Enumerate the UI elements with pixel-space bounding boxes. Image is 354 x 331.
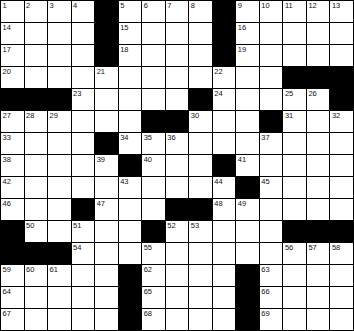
white-cell[interactable]: 1 [1,1,24,22]
white-cell[interactable] [307,287,330,308]
clue-number: 1 [3,1,7,10]
white-cell[interactable]: 31 [283,111,306,132]
white-cell[interactable] [283,287,306,308]
white-cell[interactable] [283,155,306,176]
black-square [236,265,259,286]
white-cell[interactable] [25,45,48,66]
white-cell[interactable] [142,177,165,198]
black-square [166,199,189,220]
white-cell[interactable]: 16 [236,23,259,44]
white-cell[interactable]: 18 [119,45,142,66]
white-cell[interactable] [48,23,71,44]
white-cell[interactable]: 24 [213,89,236,110]
white-cell[interactable] [260,89,283,110]
clue-number: 24 [214,89,222,98]
white-cell[interactable] [72,23,95,44]
white-cell[interactable] [72,133,95,154]
clue-number: 58 [332,243,340,252]
white-cell[interactable] [307,45,330,66]
white-cell[interactable] [189,45,212,66]
clue-number: 32 [332,111,340,120]
clue-number: 37 [261,133,269,142]
white-cell[interactable] [72,67,95,88]
clue-number: 18 [120,45,128,54]
white-cell[interactable]: 11 [283,1,306,22]
clue-number: 47 [97,199,105,208]
white-cell[interactable] [166,265,189,286]
white-cell[interactable] [95,309,118,330]
clue-number: 49 [238,199,246,208]
black-square [25,89,48,110]
white-cell[interactable] [330,287,353,308]
white-cell[interactable] [48,221,71,242]
white-cell[interactable]: 45 [260,177,283,198]
white-cell[interactable] [236,89,259,110]
clue-number: 33 [3,133,11,142]
white-cell[interactable] [330,155,353,176]
white-cell[interactable]: 44 [213,177,236,198]
black-square [189,199,212,220]
white-cell[interactable]: 12 [307,1,330,22]
black-square [48,243,71,264]
white-cell[interactable] [307,309,330,330]
white-cell[interactable]: 20 [1,67,24,88]
white-cell[interactable]: 41 [236,155,259,176]
white-cell[interactable] [330,45,353,66]
clue-number: 13 [332,1,340,10]
white-cell[interactable]: 47 [95,199,118,220]
black-square [236,309,259,330]
white-cell[interactable] [260,243,283,264]
white-cell[interactable] [330,199,353,220]
clue-number: 67 [3,309,11,318]
white-cell[interactable]: 17 [1,45,24,66]
white-cell[interactable]: 13 [330,1,353,22]
white-cell[interactable] [283,45,306,66]
white-cell[interactable]: 4 [72,1,95,22]
white-cell[interactable] [119,67,142,88]
white-cell[interactable] [189,265,212,286]
black-square [307,221,330,242]
white-cell[interactable] [330,177,353,198]
white-cell[interactable] [189,67,212,88]
white-cell[interactable]: 56 [283,243,306,264]
white-cell[interactable]: 69 [260,309,283,330]
white-cell[interactable] [48,133,71,154]
white-cell[interactable] [166,243,189,264]
white-cell[interactable]: 58 [330,243,353,264]
white-cell[interactable] [48,287,71,308]
black-square [119,287,142,308]
white-cell[interactable] [283,177,306,198]
clue-number: 53 [191,221,199,230]
clue-number: 30 [191,111,199,120]
white-cell[interactable] [283,265,306,286]
clue-number: 31 [285,111,293,120]
white-cell[interactable] [25,23,48,44]
white-cell[interactable] [142,89,165,110]
white-cell[interactable] [307,177,330,198]
clue-number: 61 [50,265,58,274]
white-cell[interactable] [72,287,95,308]
white-cell[interactable] [142,45,165,66]
black-square [95,23,118,44]
white-cell[interactable] [48,155,71,176]
white-cell[interactable] [236,221,259,242]
clue-number: 56 [285,243,293,252]
clue-number: 50 [26,221,34,230]
white-cell[interactable]: 37 [260,133,283,154]
clue-number: 52 [167,221,175,230]
crossword-board: 1234567891011121314151617181920212223242… [0,0,354,331]
clue-number: 66 [261,287,269,296]
white-cell[interactable] [142,67,165,88]
white-cell[interactable] [260,23,283,44]
clue-number: 62 [144,265,152,274]
white-cell[interactable] [213,309,236,330]
white-cell[interactable] [307,133,330,154]
clue-number: 11 [285,1,293,10]
clue-number: 9 [238,1,242,10]
white-cell[interactable] [25,177,48,198]
white-cell[interactable] [189,177,212,198]
white-cell[interactable] [330,265,353,286]
black-square [119,155,142,176]
white-cell[interactable]: 49 [236,199,259,220]
clue-number: 14 [3,23,11,32]
black-square [330,89,353,110]
white-cell[interactable]: 48 [213,199,236,220]
black-square [330,67,353,88]
white-cell[interactable] [72,111,95,132]
white-cell[interactable] [166,23,189,44]
clue-number: 35 [144,133,152,142]
white-cell[interactable] [48,309,71,330]
white-cell[interactable] [307,111,330,132]
clue-number: 68 [144,309,152,318]
white-cell[interactable] [330,133,353,154]
clue-number: 20 [3,67,11,76]
clue-number: 42 [3,177,11,186]
white-cell[interactable] [307,199,330,220]
white-cell[interactable]: 5 [119,1,142,22]
white-cell[interactable]: 10 [260,1,283,22]
black-square [119,309,142,330]
clue-number: 26 [308,89,316,98]
clue-number: 60 [26,265,34,274]
black-square [1,243,24,264]
white-cell[interactable] [213,133,236,154]
white-cell[interactable]: 38 [1,155,24,176]
clue-number: 36 [167,133,175,142]
black-square [25,243,48,264]
white-cell[interactable] [166,287,189,308]
clue-number: 46 [3,199,11,208]
clue-number: 29 [50,111,58,120]
white-cell[interactable] [166,309,189,330]
white-cell[interactable] [95,287,118,308]
clue-number: 28 [26,111,34,120]
white-cell[interactable]: 15 [119,23,142,44]
white-cell[interactable]: 46 [1,199,24,220]
white-cell[interactable] [283,133,306,154]
clue-number: 34 [120,133,128,142]
black-square [283,221,306,242]
clue-number: 40 [144,155,152,164]
black-square [142,111,165,132]
clue-number: 19 [238,45,246,54]
white-cell[interactable] [189,155,212,176]
black-square [48,89,71,110]
black-square [189,89,212,110]
clue-number: 25 [285,89,293,98]
white-cell[interactable]: 51 [72,221,95,242]
white-cell[interactable]: 30 [189,111,212,132]
clue-number: 6 [144,1,148,10]
clue-number: 54 [73,243,81,252]
white-cell[interactable]: 9 [236,1,259,22]
white-cell[interactable] [307,155,330,176]
black-square [95,1,118,22]
clue-number: 69 [261,309,269,318]
white-cell[interactable] [189,23,212,44]
clue-number: 39 [97,155,105,164]
white-cell[interactable]: 25 [283,89,306,110]
clue-number: 45 [261,177,269,186]
white-cell[interactable]: 22 [213,67,236,88]
white-cell[interactable]: 21 [95,67,118,88]
clue-number: 21 [97,67,105,76]
white-cell[interactable] [307,265,330,286]
white-cell[interactable]: 6 [142,1,165,22]
black-square [166,111,189,132]
white-cell[interactable] [95,221,118,242]
white-cell[interactable] [260,199,283,220]
white-cell[interactable] [189,287,212,308]
clue-number: 57 [308,243,316,252]
white-cell[interactable]: 64 [1,287,24,308]
white-cell[interactable]: 27 [1,111,24,132]
white-cell[interactable] [166,67,189,88]
white-cell[interactable]: 7 [166,1,189,22]
clue-number: 8 [191,1,195,10]
white-cell[interactable] [119,199,142,220]
white-cell[interactable]: 32 [330,111,353,132]
white-cell[interactable] [119,221,142,242]
white-cell[interactable] [119,243,142,264]
clue-number: 65 [144,287,152,296]
black-square [330,221,353,242]
white-cell[interactable]: 57 [307,243,330,264]
white-cell[interactable] [236,133,259,154]
white-cell[interactable] [260,155,283,176]
white-cell[interactable]: 19 [236,45,259,66]
clue-number: 5 [120,1,124,10]
white-cell[interactable] [48,67,71,88]
clue-number: 44 [214,177,222,186]
white-cell[interactable] [260,221,283,242]
white-cell[interactable] [236,67,259,88]
white-cell[interactable] [72,309,95,330]
white-cell[interactable]: 55 [142,243,165,264]
clue-number: 3 [50,1,54,10]
white-cell[interactable] [260,45,283,66]
white-cell[interactable]: 59 [1,265,24,286]
clue-number: 48 [214,199,222,208]
black-square [119,265,142,286]
white-cell[interactable] [213,243,236,264]
black-square [307,67,330,88]
white-cell[interactable] [48,45,71,66]
clue-number: 12 [308,1,316,10]
black-square [236,177,259,198]
white-cell[interactable] [95,111,118,132]
white-cell[interactable] [142,199,165,220]
white-cell[interactable] [25,199,48,220]
white-cell[interactable]: 3 [48,1,71,22]
white-cell[interactable]: 34 [119,133,142,154]
white-cell[interactable] [213,287,236,308]
black-square [260,111,283,132]
white-cell[interactable] [189,309,212,330]
black-square [95,45,118,66]
white-cell[interactable]: 26 [307,89,330,110]
white-cell[interactable]: 62 [142,265,165,286]
white-cell[interactable] [166,45,189,66]
white-cell[interactable] [25,133,48,154]
white-cell[interactable]: 54 [72,243,95,264]
clue-number: 59 [3,265,11,274]
black-square [1,89,24,110]
white-cell[interactable] [166,155,189,176]
white-cell[interactable]: 33 [1,133,24,154]
white-cell[interactable] [72,265,95,286]
black-square [1,221,24,242]
clue-number: 16 [238,23,246,32]
white-cell[interactable]: 29 [48,111,71,132]
white-cell[interactable]: 23 [72,89,95,110]
clue-number: 7 [167,1,171,10]
white-cell[interactable] [213,265,236,286]
white-cell[interactable]: 61 [48,265,71,286]
white-cell[interactable] [189,243,212,264]
white-cell[interactable] [25,155,48,176]
white-cell[interactable] [307,23,330,44]
white-cell[interactable]: 14 [1,23,24,44]
white-cell[interactable] [95,243,118,264]
white-cell[interactable]: 42 [1,177,24,198]
white-cell[interactable] [95,89,118,110]
white-cell[interactable]: 40 [142,155,165,176]
clue-number: 15 [120,23,128,32]
clue-number: 27 [3,111,11,120]
white-cell[interactable] [166,177,189,198]
white-cell[interactable]: 28 [25,111,48,132]
black-square [283,67,306,88]
clue-number: 63 [261,265,269,274]
white-cell[interactable] [25,67,48,88]
white-cell[interactable]: 67 [1,309,24,330]
black-square [95,133,118,154]
clue-number: 2 [26,1,30,10]
black-square [213,23,236,44]
white-cell[interactable] [283,23,306,44]
white-cell[interactable]: 2 [25,1,48,22]
white-cell[interactable]: 68 [142,309,165,330]
white-cell[interactable] [142,23,165,44]
clue-number: 4 [73,1,77,10]
white-cell[interactable]: 65 [142,287,165,308]
white-cell[interactable] [95,265,118,286]
black-square [142,221,165,242]
white-cell[interactable] [72,45,95,66]
black-square [213,45,236,66]
clue-number: 64 [3,287,11,296]
white-cell[interactable]: 43 [119,177,142,198]
white-cell[interactable]: 60 [25,265,48,286]
white-cell[interactable] [213,111,236,132]
black-square [213,1,236,22]
white-cell[interactable]: 39 [95,155,118,176]
white-cell[interactable] [236,243,259,264]
black-square [213,155,236,176]
white-cell[interactable] [330,23,353,44]
white-cell[interactable]: 36 [166,133,189,154]
white-cell[interactable] [72,155,95,176]
white-cell[interactable] [166,89,189,110]
clue-number: 41 [238,155,246,164]
white-cell[interactable]: 50 [25,221,48,242]
white-cell[interactable]: 66 [260,287,283,308]
black-square [72,199,95,220]
white-cell[interactable] [330,309,353,330]
white-cell[interactable] [189,133,212,154]
white-cell[interactable] [260,67,283,88]
white-cell[interactable]: 52 [166,221,189,242]
white-cell[interactable] [48,177,71,198]
white-cell[interactable] [119,89,142,110]
white-cell[interactable]: 35 [142,133,165,154]
white-cell[interactable] [119,111,142,132]
clue-number: 22 [214,67,222,76]
clue-number: 23 [73,89,81,98]
white-cell[interactable] [25,309,48,330]
white-cell[interactable] [283,309,306,330]
white-cell[interactable] [283,199,306,220]
clue-number: 43 [120,177,128,186]
clue-number: 51 [73,221,81,230]
clue-number: 17 [3,45,11,54]
white-cell[interactable] [25,287,48,308]
white-cell[interactable]: 63 [260,265,283,286]
clue-number: 55 [144,243,152,252]
black-square [236,287,259,308]
white-cell[interactable]: 8 [189,1,212,22]
clue-number: 38 [3,155,11,164]
white-cell[interactable] [48,199,71,220]
white-cell[interactable] [236,111,259,132]
white-cell[interactable] [213,221,236,242]
white-cell[interactable] [95,177,118,198]
white-cell[interactable] [72,177,95,198]
clue-number: 10 [261,1,269,10]
white-cell[interactable]: 53 [189,221,212,242]
